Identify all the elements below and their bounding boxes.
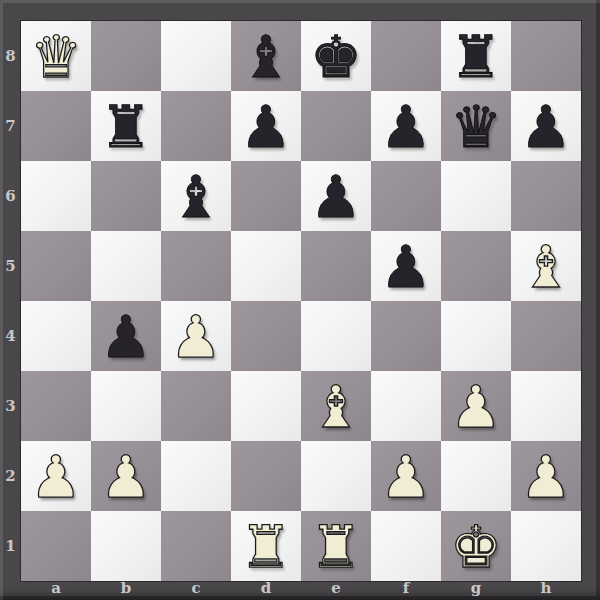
square-a6[interactable]: [21, 161, 91, 231]
piece-black-pawn[interactable]: ♟︎: [231, 91, 301, 161]
file-labels: abcdefgh: [21, 579, 581, 600]
square-c8[interactable]: [161, 21, 231, 91]
piece-black-bishop[interactable]: ♝︎: [161, 161, 231, 231]
piece-white-pawn[interactable]: ♟︎: [161, 301, 231, 371]
square-e3[interactable]: ♝︎: [301, 371, 371, 441]
piece-white-pawn[interactable]: ♟︎: [371, 441, 441, 511]
square-g4[interactable]: [441, 301, 511, 371]
square-b3[interactable]: [91, 371, 161, 441]
piece-white-rook[interactable]: ♜︎: [301, 511, 371, 581]
square-a3[interactable]: [21, 371, 91, 441]
piece-black-pawn[interactable]: ♟︎: [371, 91, 441, 161]
piece-black-pawn[interactable]: ♟︎: [91, 301, 161, 371]
square-g1[interactable]: ♚︎: [441, 511, 511, 581]
square-g8[interactable]: ♜︎: [441, 21, 511, 91]
square-g5[interactable]: [441, 231, 511, 301]
square-c2[interactable]: [161, 441, 231, 511]
square-c5[interactable]: [161, 231, 231, 301]
square-d2[interactable]: [231, 441, 301, 511]
square-a7[interactable]: [21, 91, 91, 161]
square-f2[interactable]: ♟︎: [371, 441, 441, 511]
square-f7[interactable]: ♟︎: [371, 91, 441, 161]
rank-label-4: 4: [0, 301, 21, 371]
piece-black-rook[interactable]: ♜︎: [441, 21, 511, 91]
square-h4[interactable]: [511, 301, 581, 371]
square-e8[interactable]: ♚︎: [301, 21, 371, 91]
file-label-a: a: [21, 579, 91, 600]
square-d4[interactable]: [231, 301, 301, 371]
square-c4[interactable]: ♟︎: [161, 301, 231, 371]
square-a2[interactable]: ♟︎: [21, 441, 91, 511]
square-a8[interactable]: ♛︎: [21, 21, 91, 91]
square-f1[interactable]: [371, 511, 441, 581]
square-c1[interactable]: [161, 511, 231, 581]
square-c6[interactable]: ♝︎: [161, 161, 231, 231]
file-label-g: g: [441, 579, 511, 600]
square-e7[interactable]: [301, 91, 371, 161]
square-e2[interactable]: [301, 441, 371, 511]
piece-black-pawn[interactable]: ♟︎: [511, 91, 581, 161]
square-f5[interactable]: ♟︎: [371, 231, 441, 301]
rank-label-2: 2: [0, 441, 21, 511]
rank-label-6: 6: [0, 161, 21, 231]
chess-board: ♛︎♝︎♚︎♜︎♜︎♟︎♟︎♛︎♟︎♝︎♟︎♟︎♝︎♟︎♟︎♝︎♟︎♟︎♟︎♟︎…: [21, 21, 581, 581]
piece-white-king[interactable]: ♚︎: [441, 511, 511, 581]
piece-black-pawn[interactable]: ♟︎: [301, 161, 371, 231]
square-d1[interactable]: ♜︎: [231, 511, 301, 581]
square-f4[interactable]: [371, 301, 441, 371]
piece-white-bishop[interactable]: ♝︎: [301, 371, 371, 441]
rank-labels: 87654321: [0, 21, 21, 581]
square-c3[interactable]: [161, 371, 231, 441]
file-label-f: f: [371, 579, 441, 600]
square-a5[interactable]: [21, 231, 91, 301]
square-g3[interactable]: ♟︎: [441, 371, 511, 441]
rank-label-1: 1: [0, 511, 21, 581]
square-f8[interactable]: [371, 21, 441, 91]
square-h7[interactable]: ♟︎: [511, 91, 581, 161]
rank-label-7: 7: [0, 91, 21, 161]
square-e6[interactable]: ♟︎: [301, 161, 371, 231]
square-d3[interactable]: [231, 371, 301, 441]
piece-white-pawn[interactable]: ♟︎: [511, 441, 581, 511]
square-h6[interactable]: [511, 161, 581, 231]
piece-white-pawn[interactable]: ♟︎: [441, 371, 511, 441]
square-d5[interactable]: [231, 231, 301, 301]
square-h2[interactable]: ♟︎: [511, 441, 581, 511]
square-e5[interactable]: [301, 231, 371, 301]
file-label-c: c: [161, 579, 231, 600]
piece-black-pawn[interactable]: ♟︎: [371, 231, 441, 301]
square-a4[interactable]: [21, 301, 91, 371]
rank-label-5: 5: [0, 231, 21, 301]
piece-black-rook[interactable]: ♜︎: [91, 91, 161, 161]
square-h1[interactable]: [511, 511, 581, 581]
rank-label-3: 3: [0, 371, 21, 441]
square-h8[interactable]: [511, 21, 581, 91]
square-e1[interactable]: ♜︎: [301, 511, 371, 581]
square-b6[interactable]: [91, 161, 161, 231]
square-b4[interactable]: ♟︎: [91, 301, 161, 371]
square-e4[interactable]: [301, 301, 371, 371]
piece-white-rook[interactable]: ♜︎: [231, 511, 301, 581]
square-h5[interactable]: ♝︎: [511, 231, 581, 301]
file-label-h: h: [511, 579, 581, 600]
square-d8[interactable]: ♝︎: [231, 21, 301, 91]
square-b1[interactable]: [91, 511, 161, 581]
square-b7[interactable]: ♜︎: [91, 91, 161, 161]
piece-white-bishop[interactable]: ♝︎: [511, 231, 581, 301]
square-b5[interactable]: [91, 231, 161, 301]
square-f3[interactable]: [371, 371, 441, 441]
square-c7[interactable]: [161, 91, 231, 161]
piece-black-bishop[interactable]: ♝︎: [231, 21, 301, 91]
square-b2[interactable]: ♟︎: [91, 441, 161, 511]
square-g2[interactable]: [441, 441, 511, 511]
square-g6[interactable]: [441, 161, 511, 231]
file-label-e: e: [301, 579, 371, 600]
piece-white-queen[interactable]: ♛︎: [21, 21, 91, 91]
square-d7[interactable]: ♟︎: [231, 91, 301, 161]
file-label-d: d: [231, 579, 301, 600]
square-b8[interactable]: [91, 21, 161, 91]
board-frame: 87654321 ♛︎♝︎♚︎♜︎♜︎♟︎♟︎♛︎♟︎♝︎♟︎♟︎♝︎♟︎♟︎♝…: [0, 0, 600, 600]
square-d6[interactable]: [231, 161, 301, 231]
square-f6[interactable]: [371, 161, 441, 231]
piece-white-pawn[interactable]: ♟︎: [91, 441, 161, 511]
piece-black-king[interactable]: ♚︎: [301, 21, 371, 91]
square-a1[interactable]: [21, 511, 91, 581]
rank-label-8: 8: [0, 21, 21, 91]
file-label-b: b: [91, 579, 161, 600]
square-g7[interactable]: ♛︎: [441, 91, 511, 161]
square-h3[interactable]: [511, 371, 581, 441]
piece-black-queen[interactable]: ♛︎: [441, 91, 511, 161]
piece-white-pawn[interactable]: ♟︎: [21, 441, 91, 511]
